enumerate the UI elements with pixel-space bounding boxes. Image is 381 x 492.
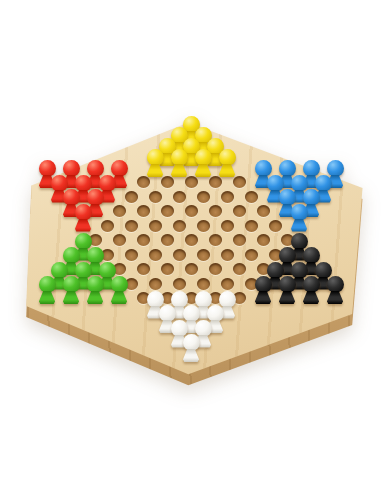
empty-hole <box>233 263 246 275</box>
peg-white <box>181 334 201 362</box>
chinese-checkers-board <box>21 120 366 382</box>
empty-hole <box>245 191 258 203</box>
empty-hole <box>161 263 174 275</box>
empty-hole <box>245 220 258 232</box>
peg-yellow <box>145 149 165 177</box>
empty-hole <box>185 234 198 246</box>
peg-red <box>73 204 93 232</box>
empty-hole <box>209 234 222 246</box>
empty-hole <box>113 234 126 246</box>
empty-hole <box>173 278 186 290</box>
empty-hole <box>257 205 270 217</box>
empty-hole <box>209 205 222 217</box>
empty-hole <box>113 205 126 217</box>
empty-hole <box>197 220 210 232</box>
product-photo <box>0 0 381 492</box>
empty-hole <box>257 234 270 246</box>
empty-hole <box>137 234 150 246</box>
empty-hole <box>125 220 138 232</box>
empty-hole <box>185 205 198 217</box>
empty-hole <box>137 263 150 275</box>
peg-yellow <box>193 149 213 177</box>
empty-hole <box>221 249 234 261</box>
empty-hole <box>221 220 234 232</box>
empty-hole <box>209 263 222 275</box>
empty-hole <box>137 205 150 217</box>
empty-hole <box>209 176 222 188</box>
empty-hole <box>137 176 150 188</box>
empty-hole <box>173 191 186 203</box>
peg-green <box>37 276 57 304</box>
empty-hole <box>221 191 234 203</box>
empty-hole <box>173 249 186 261</box>
peg-yellow <box>169 149 189 177</box>
empty-hole <box>233 176 246 188</box>
peg-green <box>85 276 105 304</box>
peg-blue <box>289 204 309 232</box>
empty-hole <box>269 220 282 232</box>
peg-black <box>301 276 321 304</box>
empty-hole <box>233 234 246 246</box>
empty-hole <box>161 234 174 246</box>
empty-hole <box>149 249 162 261</box>
peg-green <box>61 276 81 304</box>
empty-hole <box>125 191 138 203</box>
peg-black <box>277 276 297 304</box>
empty-hole <box>173 220 186 232</box>
peg-yellow <box>217 149 237 177</box>
empty-hole <box>101 220 114 232</box>
empty-hole <box>149 191 162 203</box>
empty-hole <box>125 249 138 261</box>
empty-hole <box>185 263 198 275</box>
empty-hole <box>197 249 210 261</box>
peg-green <box>109 276 129 304</box>
peg-black <box>325 276 345 304</box>
empty-hole <box>161 176 174 188</box>
peg-grid <box>21 120 366 382</box>
empty-hole <box>197 191 210 203</box>
empty-hole <box>161 205 174 217</box>
empty-hole <box>197 278 210 290</box>
empty-hole <box>233 205 246 217</box>
empty-hole <box>185 176 198 188</box>
empty-hole <box>245 249 258 261</box>
empty-hole <box>149 220 162 232</box>
empty-hole <box>221 278 234 290</box>
peg-black <box>253 276 273 304</box>
empty-hole <box>149 278 162 290</box>
